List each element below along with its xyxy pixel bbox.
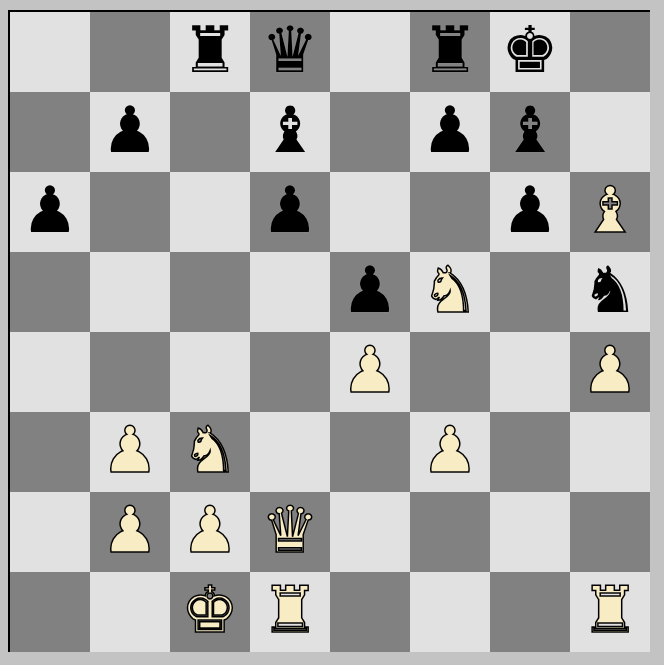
square-f3[interactable]: ♟ <box>410 412 490 492</box>
white-pawn-b3[interactable]: ♟ <box>101 410 158 490</box>
square-h8[interactable] <box>570 12 650 92</box>
square-c3[interactable]: ♞ <box>170 412 250 492</box>
square-d5[interactable] <box>250 252 330 332</box>
black-pawn-a6[interactable]: ♟ <box>21 170 78 250</box>
white-pawn-e4[interactable]: ♟ <box>341 330 398 410</box>
white-pawn-c2[interactable]: ♟ <box>181 490 238 570</box>
black-rook-c8[interactable]: ♜ <box>181 10 238 90</box>
square-c8[interactable]: ♜ <box>170 12 250 92</box>
square-g3[interactable] <box>490 412 570 492</box>
square-a2[interactable] <box>10 492 90 572</box>
square-f1[interactable] <box>410 572 490 652</box>
square-a6[interactable]: ♟ <box>10 172 90 252</box>
square-e8[interactable] <box>330 12 410 92</box>
square-f6[interactable] <box>410 172 490 252</box>
square-e3[interactable] <box>330 412 410 492</box>
board-frame: ♜♛♜♚♟♝♟♝♟♟♟♝♟♞♞♟♟♟♞♟♟♟♛♚♜♜ <box>8 10 650 652</box>
square-b8[interactable] <box>90 12 170 92</box>
square-a5[interactable] <box>10 252 90 332</box>
square-a4[interactable] <box>10 332 90 412</box>
square-f7[interactable]: ♟ <box>410 92 490 172</box>
black-knight-h5[interactable]: ♞ <box>581 250 638 330</box>
square-d1[interactable]: ♜ <box>250 572 330 652</box>
square-g5[interactable] <box>490 252 570 332</box>
square-b4[interactable] <box>90 332 170 412</box>
white-queen-d2[interactable]: ♛ <box>261 490 318 570</box>
square-d4[interactable] <box>250 332 330 412</box>
square-f2[interactable] <box>410 492 490 572</box>
square-g8[interactable]: ♚ <box>490 12 570 92</box>
square-e2[interactable] <box>330 492 410 572</box>
white-knight-c3[interactable]: ♞ <box>181 410 238 490</box>
square-a7[interactable] <box>10 92 90 172</box>
square-f8[interactable]: ♜ <box>410 12 490 92</box>
square-b6[interactable] <box>90 172 170 252</box>
square-d3[interactable] <box>250 412 330 492</box>
square-e6[interactable] <box>330 172 410 252</box>
white-knight-f5[interactable]: ♞ <box>421 250 478 330</box>
black-pawn-d6[interactable]: ♟ <box>261 170 318 250</box>
square-b1[interactable] <box>90 572 170 652</box>
square-e1[interactable] <box>330 572 410 652</box>
black-pawn-g6[interactable]: ♟ <box>501 170 558 250</box>
square-g4[interactable] <box>490 332 570 412</box>
square-h3[interactable] <box>570 412 650 492</box>
square-g1[interactable] <box>490 572 570 652</box>
square-e5[interactable]: ♟ <box>330 252 410 332</box>
square-b5[interactable] <box>90 252 170 332</box>
square-c1[interactable]: ♚ <box>170 572 250 652</box>
square-f5[interactable]: ♞ <box>410 252 490 332</box>
chess-board: ♜♛♜♚♟♝♟♝♟♟♟♝♟♞♞♟♟♟♞♟♟♟♛♚♜♜ <box>10 12 650 652</box>
square-a3[interactable] <box>10 412 90 492</box>
square-g6[interactable]: ♟ <box>490 172 570 252</box>
square-d7[interactable]: ♝ <box>250 92 330 172</box>
square-e4[interactable]: ♟ <box>330 332 410 412</box>
square-c6[interactable] <box>170 172 250 252</box>
square-d2[interactable]: ♛ <box>250 492 330 572</box>
square-h2[interactable] <box>570 492 650 572</box>
square-b2[interactable]: ♟ <box>90 492 170 572</box>
square-h5[interactable]: ♞ <box>570 252 650 332</box>
white-rook-d1[interactable]: ♜ <box>261 570 318 650</box>
square-h4[interactable]: ♟ <box>570 332 650 412</box>
square-c7[interactable] <box>170 92 250 172</box>
square-d8[interactable]: ♛ <box>250 12 330 92</box>
black-pawn-f7[interactable]: ♟ <box>421 90 478 170</box>
black-bishop-d7[interactable]: ♝ <box>261 90 318 170</box>
square-h1[interactable]: ♜ <box>570 572 650 652</box>
square-c5[interactable] <box>170 252 250 332</box>
square-d6[interactable]: ♟ <box>250 172 330 252</box>
square-h7[interactable] <box>570 92 650 172</box>
square-c4[interactable] <box>170 332 250 412</box>
white-pawn-b2[interactable]: ♟ <box>101 490 158 570</box>
white-pawn-f3[interactable]: ♟ <box>421 410 478 490</box>
square-c2[interactable]: ♟ <box>170 492 250 572</box>
square-a8[interactable] <box>10 12 90 92</box>
white-pawn-h4[interactable]: ♟ <box>581 330 638 410</box>
square-b7[interactable]: ♟ <box>90 92 170 172</box>
white-bishop-h6[interactable]: ♝ <box>581 170 638 250</box>
white-rook-h1[interactable]: ♜ <box>581 570 638 650</box>
square-f4[interactable] <box>410 332 490 412</box>
black-queen-d8[interactable]: ♛ <box>261 10 318 90</box>
square-e7[interactable] <box>330 92 410 172</box>
black-pawn-b7[interactable]: ♟ <box>101 90 158 170</box>
square-b3[interactable]: ♟ <box>90 412 170 492</box>
black-king-g8[interactable]: ♚ <box>501 10 558 90</box>
black-rook-f8[interactable]: ♜ <box>421 10 478 90</box>
square-g7[interactable]: ♝ <box>490 92 570 172</box>
black-pawn-e5[interactable]: ♟ <box>341 250 398 330</box>
square-g2[interactable] <box>490 492 570 572</box>
black-bishop-g7[interactable]: ♝ <box>501 90 558 170</box>
square-h6[interactable]: ♝ <box>570 172 650 252</box>
square-a1[interactable] <box>10 572 90 652</box>
white-king-c1[interactable]: ♚ <box>181 570 238 650</box>
